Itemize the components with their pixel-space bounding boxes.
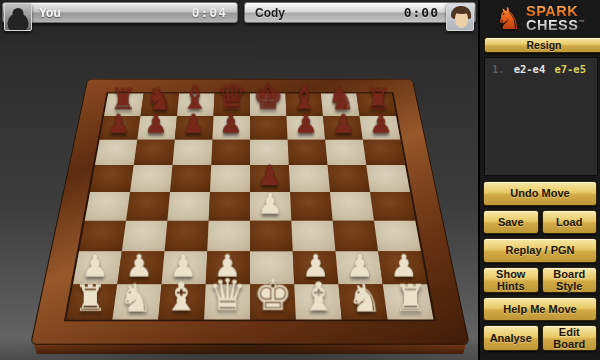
square-c7[interactable]: ♟ [175, 116, 214, 140]
sparkchess-logo: ♞ SPARK CHESS ™ [480, 0, 600, 37]
square-a1[interactable]: ♜ [67, 284, 118, 319]
save-button[interactable]: Save [483, 210, 539, 235]
square-e7[interactable] [250, 116, 288, 140]
board-stage: ♜♞♝♛♚♝♞♜♟♟♟♟♟♟♟♟♟♟♟♟♟♟♟♟♜♞♝♛♚♝♞♜ [0, 0, 478, 360]
square-f5[interactable] [289, 165, 330, 192]
black-pawn[interactable]: ♟ [144, 112, 168, 138]
square-g6[interactable] [325, 140, 366, 165]
load-button[interactable]: Load [542, 210, 598, 235]
square-d5[interactable] [210, 165, 250, 192]
board-style-button[interactable]: Board Style [542, 267, 598, 293]
white-rook[interactable]: ♜ [394, 280, 427, 317]
logo-text: SPARK CHESS ™ [526, 5, 585, 33]
move-row: 1. e2-e4 e7-e5 [492, 63, 590, 75]
white-bishop[interactable]: ♝ [301, 277, 337, 317]
white-player-name: You [39, 6, 61, 20]
square-c5[interactable] [170, 165, 211, 192]
square-h6[interactable] [363, 140, 405, 165]
white-pawn[interactable]: ♟ [258, 190, 284, 219]
white-knight[interactable]: ♞ [118, 278, 153, 317]
white-player-clock: 0:04 [192, 5, 227, 20]
square-g7[interactable]: ♟ [323, 116, 363, 140]
player-bar-white: You 0:04 [2, 2, 238, 23]
black-pawn[interactable]: ♟ [219, 112, 243, 138]
square-a4[interactable] [85, 192, 130, 221]
board-grid: ♜♞♝♛♚♝♞♜♟♟♟♟♟♟♟♟♟♟♟♟♟♟♟♟♜♞♝♛♚♝♞♜ [64, 92, 436, 321]
square-g5[interactable] [328, 165, 370, 192]
square-a6[interactable] [95, 140, 137, 165]
square-b5[interactable] [130, 165, 172, 192]
square-f4[interactable] [290, 192, 333, 221]
square-e1[interactable]: ♚ [250, 284, 296, 319]
square-b6[interactable] [134, 140, 175, 165]
control-buttons: Undo Move Save Load Replay / PGN Show Hi… [483, 181, 597, 351]
black-pawn[interactable]: ♟ [294, 112, 318, 138]
replay-pgn-button[interactable]: Replay / PGN [483, 238, 597, 263]
sparkchess-app: ♜♞♝♛♚♝♞♜♟♟♟♟♟♟♟♟♟♟♟♟♟♟♟♟♜♞♝♛♚♝♞♜ You 0:0… [0, 0, 600, 360]
black-player-clock: 0:00 [404, 5, 439, 20]
help-me-move-button[interactable]: Help Me Move [483, 297, 597, 322]
edit-board-button[interactable]: Edit Board [542, 325, 598, 351]
square-f1[interactable]: ♝ [294, 284, 341, 319]
white-bishop[interactable]: ♝ [163, 277, 199, 317]
square-c1[interactable]: ♝ [158, 284, 205, 319]
square-d6[interactable] [211, 140, 250, 165]
white-player-avatar[interactable] [4, 3, 32, 31]
black-pawn[interactable]: ♟ [107, 112, 131, 138]
square-c4[interactable] [167, 192, 210, 221]
square-e4[interactable]: ♟ [250, 192, 291, 221]
white-king[interactable]: ♚ [253, 273, 292, 316]
square-h4[interactable] [370, 192, 415, 221]
resign-button[interactable]: Resign [484, 37, 600, 53]
square-d1[interactable]: ♛ [204, 284, 250, 319]
person-silhouette-icon [13, 8, 24, 19]
black-move[interactable]: e7-e5 [554, 63, 586, 75]
black-pawn[interactable]: ♟ [182, 112, 206, 138]
black-pawn[interactable]: ♟ [370, 112, 394, 138]
white-rook[interactable]: ♜ [74, 280, 107, 317]
knight-flame-icon: ♞ [495, 4, 522, 34]
move-list: 1. e2-e4 e7-e5 [484, 57, 598, 176]
square-b1[interactable]: ♞ [112, 284, 161, 319]
square-c6[interactable] [172, 140, 212, 165]
square-b7[interactable]: ♟ [137, 116, 177, 140]
analyse-button[interactable]: Analyse [483, 325, 539, 351]
square-f6[interactable] [288, 140, 328, 165]
square-e8[interactable]: ♚ [250, 93, 286, 115]
square-h5[interactable] [366, 165, 410, 192]
square-d4[interactable] [209, 192, 250, 221]
board-scene: ♜♞♝♛♚♝♞♜♟♟♟♟♟♟♟♟♟♟♟♟♟♟♟♟♜♞♝♛♚♝♞♜ [0, 0, 478, 360]
undo-move-button[interactable]: Undo Move [483, 181, 597, 206]
white-move[interactable]: e2-e4 [514, 63, 546, 75]
black-king[interactable]: ♚ [253, 80, 284, 115]
square-e3[interactable] [250, 221, 293, 252]
black-player-avatar[interactable] [446, 3, 474, 31]
square-a5[interactable] [90, 165, 134, 192]
trademark-symbol: ™ [578, 20, 585, 26]
sidebar: ♞ SPARK CHESS ™ Resign 1. e2-e4 e7-e5 Un… [478, 0, 600, 360]
square-h7[interactable]: ♟ [359, 116, 400, 140]
chess-board: ♜♞♝♛♚♝♞♜♟♟♟♟♟♟♟♟♟♟♟♟♟♟♟♟♜♞♝♛♚♝♞♜ [32, 80, 469, 344]
square-b4[interactable] [126, 192, 170, 221]
player-bar-black: Cody 0:00 [244, 2, 476, 23]
black-player-name: Cody [255, 6, 285, 20]
white-knight[interactable]: ♞ [347, 278, 382, 317]
move-number: 1. [492, 63, 505, 75]
square-g1[interactable]: ♞ [338, 284, 387, 319]
square-d7[interactable]: ♟ [212, 116, 250, 140]
show-hints-button[interactable]: Show Hints [483, 267, 539, 293]
avatar-fringe [454, 9, 469, 14]
square-g4[interactable] [330, 192, 374, 221]
square-a7[interactable]: ♟ [100, 116, 141, 140]
logo-chess: CHESS [526, 19, 578, 33]
black-pawn[interactable]: ♟ [332, 112, 356, 138]
white-queen[interactable]: ♛ [208, 273, 247, 316]
square-h1[interactable]: ♜ [383, 284, 434, 319]
square-f7[interactable]: ♟ [286, 116, 325, 140]
